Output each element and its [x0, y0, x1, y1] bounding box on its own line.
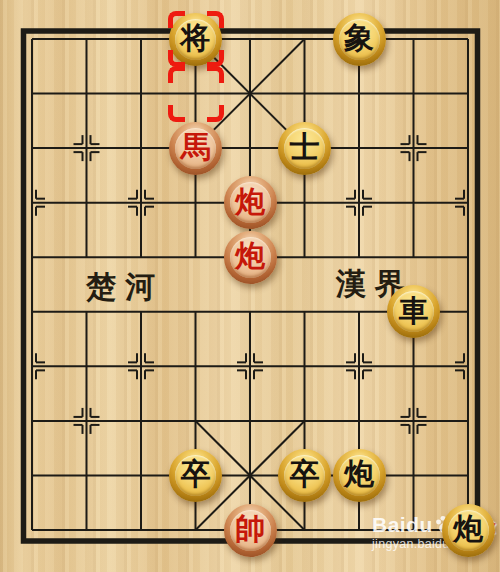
piece-face: 将: [175, 19, 216, 60]
piece-character: 炮: [453, 514, 483, 544]
piece-character: 炮: [235, 187, 265, 217]
piece-black-elephant[interactable]: 象: [333, 13, 386, 66]
piece-face: 士: [284, 128, 325, 169]
piece-character: 士: [290, 132, 320, 162]
piece-character: 帥: [235, 514, 265, 544]
piece-character: 馬: [181, 132, 211, 162]
piece-face: 炮: [448, 510, 489, 551]
piece-black-general[interactable]: 将: [169, 13, 222, 66]
piece-black-pawn-2[interactable]: 卒: [278, 449, 331, 502]
piece-character: 車: [399, 296, 429, 326]
piece-red-horse[interactable]: 馬: [169, 122, 222, 175]
piece-black-cannon-2[interactable]: 炮: [442, 504, 495, 557]
piece-red-cannon-2[interactable]: 炮: [224, 231, 277, 284]
piece-character: 卒: [181, 459, 211, 489]
piece-character: 将: [181, 23, 211, 53]
piece-face: 象: [339, 19, 380, 60]
piece-face: 馬: [175, 128, 216, 169]
piece-character: 炮: [344, 459, 374, 489]
piece-face: 炮: [339, 455, 380, 496]
piece-red-cannon-1[interactable]: 炮: [224, 176, 277, 229]
piece-black-cannon-1[interactable]: 炮: [333, 449, 386, 502]
piece-face: 帥: [230, 510, 271, 551]
piece-face: 車: [393, 291, 434, 332]
piece-face: 炮: [230, 182, 271, 223]
piece-red-general[interactable]: 帥: [224, 504, 277, 557]
piece-black-pawn-1[interactable]: 卒: [169, 449, 222, 502]
piece-character: 象: [344, 23, 374, 53]
piece-face: 卒: [284, 455, 325, 496]
river-label-left: 楚河: [86, 272, 164, 302]
piece-character: 卒: [290, 459, 320, 489]
watermark-brand-text: Baidu: [372, 514, 433, 535]
xiangqi-board: 楚河 漢界 将象馬士炮炮車卒卒炮帥炮 Baidu 经验 jingyan.baid…: [0, 0, 500, 572]
piece-black-advisor[interactable]: 士: [278, 122, 331, 175]
piece-face: 炮: [230, 237, 271, 278]
board-grid[interactable]: [0, 0, 500, 572]
piece-character: 炮: [235, 241, 265, 271]
piece-face: 卒: [175, 455, 216, 496]
piece-black-chariot[interactable]: 車: [387, 285, 440, 338]
